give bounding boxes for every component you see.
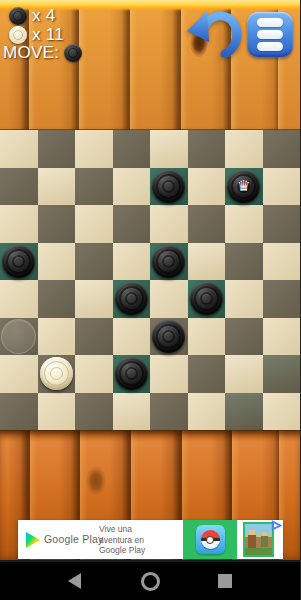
square-r0c1[interactable] xyxy=(38,130,76,168)
undo-button[interactable] xyxy=(185,7,243,57)
square-r4c5[interactable] xyxy=(188,280,226,318)
white-man-piece[interactable] xyxy=(40,357,73,390)
square-r5c5[interactable] xyxy=(188,318,226,356)
black-man-piece[interactable] xyxy=(115,282,148,315)
square-r5c7[interactable] xyxy=(263,318,301,356)
black-count-label: x 4 xyxy=(32,6,56,26)
adchoices-icon[interactable] xyxy=(271,520,282,531)
square-r7c2[interactable] xyxy=(75,393,113,431)
square-r3c4[interactable] xyxy=(150,243,188,281)
black-man-piece[interactable] xyxy=(190,282,223,315)
square-r3c6[interactable] xyxy=(225,243,263,281)
square-r3c7[interactable] xyxy=(263,243,301,281)
black-man-piece[interactable] xyxy=(152,170,185,203)
thumbnail-figure xyxy=(261,536,268,547)
square-r2c5[interactable] xyxy=(188,205,226,243)
square-r0c6[interactable] xyxy=(225,130,263,168)
square-r0c0[interactable] xyxy=(0,130,38,168)
square-r1c5[interactable] xyxy=(188,168,226,206)
back-triangle-icon xyxy=(68,573,81,589)
square-r3c3[interactable] xyxy=(113,243,151,281)
thumbnail-figure xyxy=(248,535,256,548)
square-r5c2[interactable] xyxy=(75,318,113,356)
square-r6c1[interactable] xyxy=(38,355,76,393)
square-r1c3[interactable] xyxy=(113,168,151,206)
white-checker-icon xyxy=(9,26,27,44)
black-captured-counter: x 4 xyxy=(9,6,56,26)
square-r6c2[interactable] xyxy=(75,355,113,393)
back-button[interactable] xyxy=(54,562,94,600)
square-r2c4[interactable] xyxy=(150,205,188,243)
pokeball-icon xyxy=(201,530,220,549)
square-r7c6[interactable] xyxy=(225,393,263,431)
square-r3c1[interactable] xyxy=(38,243,76,281)
square-r5c4[interactable] xyxy=(150,318,188,356)
square-r2c7[interactable] xyxy=(263,205,301,243)
move-label: MOVE: xyxy=(3,43,59,63)
square-r4c0[interactable] xyxy=(0,280,38,318)
square-r3c5[interactable] xyxy=(188,243,226,281)
google-play-label: Google Play xyxy=(44,533,103,545)
ghost-piece xyxy=(1,319,36,354)
ad-banner[interactable]: Google Play Vive una aventura en Google … xyxy=(18,520,283,559)
square-r1c2[interactable] xyxy=(75,168,113,206)
menu-pill-icon xyxy=(257,18,283,27)
square-r2c2[interactable] xyxy=(75,205,113,243)
pokemon-go-app-icon[interactable] xyxy=(196,525,225,554)
black-checker-icon xyxy=(9,7,27,25)
square-r0c4[interactable] xyxy=(150,130,188,168)
square-r7c7[interactable] xyxy=(263,393,301,431)
square-r1c1[interactable] xyxy=(38,168,76,206)
square-r7c1[interactable] xyxy=(38,393,76,431)
ad-headline-line: aventura en xyxy=(99,535,145,546)
square-r2c3[interactable] xyxy=(113,205,151,243)
menu-pill-icon xyxy=(257,30,283,39)
square-r5c0[interactable] xyxy=(0,318,38,356)
menu-button[interactable] xyxy=(247,12,293,57)
black-man-piece[interactable] xyxy=(152,245,185,278)
google-play-logo-icon xyxy=(25,531,41,549)
checkers-board: ♛ xyxy=(0,130,300,430)
square-r7c4[interactable] xyxy=(150,393,188,431)
move-indicator: MOVE: xyxy=(3,43,82,63)
square-r4c2[interactable] xyxy=(75,280,113,318)
square-r2c6[interactable] xyxy=(225,205,263,243)
ad-headline-line: Vive una xyxy=(99,524,145,535)
king-crown-icon: ♛ xyxy=(237,179,250,194)
menu-pill-icon xyxy=(257,42,283,51)
square-r6c5[interactable] xyxy=(188,355,226,393)
recents-square-icon xyxy=(218,574,232,588)
square-r4c4[interactable] xyxy=(150,280,188,318)
square-r1c7[interactable] xyxy=(263,168,301,206)
black-man-piece[interactable] xyxy=(2,245,35,278)
square-r1c4[interactable] xyxy=(150,168,188,206)
square-r2c1[interactable] xyxy=(38,205,76,243)
android-navigation-bar xyxy=(0,560,300,600)
home-button[interactable] xyxy=(130,562,170,600)
square-r5c3[interactable] xyxy=(113,318,151,356)
square-r7c0[interactable] xyxy=(0,393,38,431)
recents-button[interactable] xyxy=(205,562,245,600)
white-count-label: x 11 xyxy=(32,25,64,45)
black-king-piece[interactable]: ♛ xyxy=(227,170,260,203)
square-r0c3[interactable] xyxy=(113,130,151,168)
square-r3c2[interactable] xyxy=(75,243,113,281)
square-r7c5[interactable] xyxy=(188,393,226,431)
square-r6c0[interactable] xyxy=(0,355,38,393)
square-r5c6[interactable] xyxy=(225,318,263,356)
square-r4c1[interactable] xyxy=(38,280,76,318)
square-r4c3[interactable] xyxy=(113,280,151,318)
ad-headline: Vive una aventura en Google Play xyxy=(99,524,145,556)
wood-knot xyxy=(86,466,106,496)
square-r7c3[interactable] xyxy=(113,393,151,431)
square-r6c6[interactable] xyxy=(225,355,263,393)
black-man-piece[interactable] xyxy=(115,357,148,390)
square-r1c0[interactable] xyxy=(0,168,38,206)
home-circle-icon xyxy=(141,572,160,591)
ad-headline-line: Google Play xyxy=(99,545,145,556)
square-r1c6[interactable]: ♛ xyxy=(225,168,263,206)
square-r6c7[interactable] xyxy=(263,355,301,393)
move-side-black-checker-icon xyxy=(64,44,82,62)
white-captured-counter: x 11 xyxy=(9,25,64,45)
undo-arrow-icon xyxy=(185,7,243,57)
game-screenshot-thumbnail[interactable] xyxy=(243,522,274,557)
square-r5c1[interactable] xyxy=(38,318,76,356)
checkers-app-screen: x 4 x 11 MOVE: ♛ xyxy=(0,0,300,600)
square-r0c2[interactable] xyxy=(75,130,113,168)
black-man-piece[interactable] xyxy=(152,320,185,353)
square-r0c7[interactable] xyxy=(263,130,301,168)
square-r6c4[interactable] xyxy=(150,355,188,393)
square-r6c3[interactable] xyxy=(113,355,151,393)
ad-green-panel xyxy=(183,520,237,559)
square-r3c0[interactable] xyxy=(0,243,38,281)
square-r2c0[interactable] xyxy=(0,205,38,243)
square-r4c6[interactable] xyxy=(225,280,263,318)
square-r0c5[interactable] xyxy=(188,130,226,168)
square-r4c7[interactable] xyxy=(263,280,301,318)
